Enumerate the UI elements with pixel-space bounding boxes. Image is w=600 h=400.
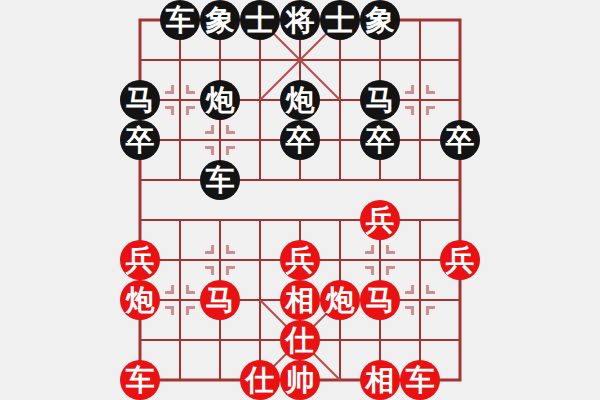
board-point-r2c5[interactable] — [320, 80, 360, 120]
board-point-r3c4[interactable]: 卒 — [280, 120, 320, 160]
piece-black-cannon[interactable]: 炮 — [280, 80, 320, 120]
board-point-r8c4[interactable]: 仕 — [280, 320, 320, 360]
board-point-r8c2[interactable] — [200, 320, 240, 360]
piece-black-soldier[interactable]: 卒 — [120, 120, 160, 160]
board-point-r9c3[interactable]: 仕 — [240, 360, 280, 400]
board-point-r0c4[interactable]: 将 — [280, 0, 320, 40]
xiangqi-board: 车象士将士象马炮炮马卒卒卒卒车兵兵兵兵炮马相炮马仕车仕帅相车 — [0, 0, 600, 400]
board-point-r9c7[interactable]: 车 — [400, 360, 440, 400]
board-point-r2c6[interactable]: 马 — [360, 80, 400, 120]
board-point-r4c4[interactable] — [280, 160, 320, 200]
piece-red-horse[interactable]: 马 — [200, 280, 240, 320]
board-point-r1c2[interactable] — [200, 40, 240, 80]
board-point-r1c3[interactable] — [240, 40, 280, 80]
board-point-r9c1[interactable] — [160, 360, 200, 400]
board-point-r0c2[interactable]: 象 — [200, 0, 240, 40]
board-point-r4c1[interactable] — [160, 160, 200, 200]
board-point-r1c6[interactable] — [360, 40, 400, 80]
board-point-r1c4[interactable] — [280, 40, 320, 80]
board-point-r4c2[interactable]: 车 — [200, 160, 240, 200]
board-point-r0c6[interactable]: 象 — [360, 0, 400, 40]
piece-black-soldier[interactable]: 卒 — [440, 120, 480, 160]
board-point-r1c7[interactable] — [400, 40, 440, 80]
board-point-r5c4[interactable] — [280, 200, 320, 240]
board-point-r6c4[interactable]: 兵 — [280, 240, 320, 280]
board-point-r6c1[interactable] — [160, 240, 200, 280]
board-point-r0c8[interactable] — [440, 0, 480, 40]
board-point-r4c8[interactable] — [440, 160, 480, 200]
board-point-r8c6[interactable] — [360, 320, 400, 360]
board-point-r7c4[interactable]: 相 — [280, 280, 320, 320]
board-point-r9c5[interactable] — [320, 360, 360, 400]
board-point-r1c0[interactable] — [120, 40, 160, 80]
board-point-r6c2[interactable] — [200, 240, 240, 280]
piece-black-horse[interactable]: 马 — [360, 80, 400, 120]
piece-red-elephant[interactable]: 相 — [360, 360, 400, 400]
piece-red-elephant[interactable]: 相 — [280, 280, 320, 320]
board-point-r3c1[interactable] — [160, 120, 200, 160]
piece-black-elephant[interactable]: 象 — [360, 0, 400, 40]
board-point-r8c3[interactable] — [240, 320, 280, 360]
board-point-r9c0[interactable]: 车 — [120, 360, 160, 400]
piece-red-advisor[interactable]: 仕 — [240, 360, 280, 400]
board-point-r9c4[interactable]: 帅 — [280, 360, 320, 400]
board-point-r6c3[interactable] — [240, 240, 280, 280]
board-point-r3c3[interactable] — [240, 120, 280, 160]
board-point-r7c0[interactable]: 炮 — [120, 280, 160, 320]
board-point-r2c4[interactable]: 炮 — [280, 80, 320, 120]
board-point-r4c5[interactable] — [320, 160, 360, 200]
board-point-r0c0[interactable] — [120, 0, 160, 40]
board-point-r2c1[interactable] — [160, 80, 200, 120]
piece-black-horse[interactable]: 马 — [120, 80, 160, 120]
board-point-r7c2[interactable]: 马 — [200, 280, 240, 320]
board-points: 车象士将士象马炮炮马卒卒卒卒车兵兵兵兵炮马相炮马仕车仕帅相车 — [120, 0, 480, 400]
board-point-r3c5[interactable] — [320, 120, 360, 160]
board-point-r9c2[interactable] — [200, 360, 240, 400]
board-point-r8c7[interactable] — [400, 320, 440, 360]
board-point-r7c3[interactable] — [240, 280, 280, 320]
board-point-r1c8[interactable] — [440, 40, 480, 80]
piece-black-chariot[interactable]: 车 — [200, 160, 240, 200]
point-marker — [365, 245, 395, 275]
board-point-r2c3[interactable] — [240, 80, 280, 120]
piece-red-soldier[interactable]: 兵 — [280, 240, 320, 280]
board-point-r0c7[interactable] — [400, 0, 440, 40]
board-point-r4c6[interactable] — [360, 160, 400, 200]
board-point-r7c8[interactable] — [440, 280, 480, 320]
board-point-r0c3[interactable]: 士 — [240, 0, 280, 40]
point-marker — [405, 85, 435, 115]
piece-red-chariot[interactable]: 车 — [120, 360, 160, 400]
board-point-r4c3[interactable] — [240, 160, 280, 200]
piece-black-cannon[interactable]: 炮 — [200, 80, 240, 120]
board-point-r2c0[interactable]: 马 — [120, 80, 160, 120]
board-point-r6c6[interactable] — [360, 240, 400, 280]
board-point-r0c5[interactable]: 士 — [320, 0, 360, 40]
board-point-r7c6[interactable]: 马 — [360, 280, 400, 320]
point-marker — [165, 285, 195, 315]
board-point-r0c1[interactable]: 车 — [160, 0, 200, 40]
board-point-r5c8[interactable] — [440, 200, 480, 240]
piece-red-general[interactable]: 帅 — [280, 360, 320, 400]
board-point-r9c6[interactable]: 相 — [360, 360, 400, 400]
board-point-r8c5[interactable] — [320, 320, 360, 360]
piece-red-soldier[interactable]: 兵 — [360, 200, 400, 240]
board-point-r3c2[interactable] — [200, 120, 240, 160]
board-point-r6c7[interactable] — [400, 240, 440, 280]
board-point-r1c5[interactable] — [320, 40, 360, 80]
board-point-r5c5[interactable] — [320, 200, 360, 240]
board-point-r6c8[interactable]: 兵 — [440, 240, 480, 280]
board-point-r2c7[interactable] — [400, 80, 440, 120]
board-point-r3c0[interactable]: 卒 — [120, 120, 160, 160]
board-point-r2c2[interactable]: 炮 — [200, 80, 240, 120]
board-point-r8c8[interactable] — [440, 320, 480, 360]
piece-red-cannon[interactable]: 炮 — [120, 280, 160, 320]
board-point-r2c8[interactable] — [440, 80, 480, 120]
board-point-r5c1[interactable] — [160, 200, 200, 240]
piece-red-advisor[interactable]: 仕 — [280, 320, 320, 360]
point-marker — [165, 85, 195, 115]
piece-black-advisor[interactable]: 士 — [320, 0, 360, 40]
board-point-r4c0[interactable] — [120, 160, 160, 200]
board-point-r8c1[interactable] — [160, 320, 200, 360]
piece-black-soldier[interactable]: 卒 — [280, 120, 320, 160]
board-point-r7c1[interactable] — [160, 280, 200, 320]
board-point-r3c7[interactable] — [400, 120, 440, 160]
board-point-r5c6[interactable]: 兵 — [360, 200, 400, 240]
board-point-r9c8[interactable] — [440, 360, 480, 400]
board-point-r3c6[interactable]: 卒 — [360, 120, 400, 160]
board-point-r5c2[interactable] — [200, 200, 240, 240]
piece-red-cannon[interactable]: 炮 — [320, 280, 360, 320]
board-point-r5c7[interactable] — [400, 200, 440, 240]
piece-black-soldier[interactable]: 卒 — [360, 120, 400, 160]
board-point-r5c0[interactable] — [120, 200, 160, 240]
piece-red-soldier[interactable]: 兵 — [440, 240, 480, 280]
board-point-r6c5[interactable] — [320, 240, 360, 280]
point-marker — [405, 285, 435, 315]
piece-red-soldier[interactable]: 兵 — [120, 240, 160, 280]
piece-red-horse[interactable]: 马 — [360, 280, 400, 320]
board-point-r1c1[interactable] — [160, 40, 200, 80]
piece-black-elephant[interactable]: 象 — [200, 0, 240, 40]
board-point-r7c5[interactable]: 炮 — [320, 280, 360, 320]
piece-black-general[interactable]: 将 — [280, 0, 320, 40]
board-point-r6c0[interactable]: 兵 — [120, 240, 160, 280]
piece-black-chariot[interactable]: 车 — [160, 0, 200, 40]
point-marker — [205, 245, 235, 275]
piece-red-chariot[interactable]: 车 — [400, 360, 440, 400]
piece-black-advisor[interactable]: 士 — [240, 0, 280, 40]
board-point-r8c0[interactable] — [120, 320, 160, 360]
board-point-r4c7[interactable] — [400, 160, 440, 200]
board-point-r5c3[interactable] — [240, 200, 280, 240]
point-marker — [205, 125, 235, 155]
board-point-r3c8[interactable]: 卒 — [440, 120, 480, 160]
board-point-r7c7[interactable] — [400, 280, 440, 320]
